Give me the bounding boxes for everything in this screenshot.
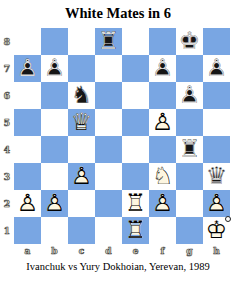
square-e5[interactable] — [122, 109, 149, 136]
board-wrap: ♜♖♚♔♟♙♟♙♟♙♟♙♞♘♟♙♛♕♟♙♜♖♟♙♞♘♛♕♟♙♟♙♜♖♟♙♟♙♜♖… — [14, 28, 230, 244]
square-h8[interactable] — [203, 28, 230, 55]
white-to-move-indicator — [225, 216, 231, 222]
square-b2[interactable]: ♟♙ — [41, 190, 68, 217]
square-a4[interactable] — [14, 136, 41, 163]
board-area: 87654321 ♜♖♚♔♟♙♟♙♟♙♟♙♞♘♟♙♛♕♟♙♜♖♟♙♞♘♛♕♟♙♟… — [0, 28, 236, 244]
square-d4[interactable] — [95, 136, 122, 163]
piece-white-queen[interactable]: ♛♕ — [68, 109, 95, 136]
square-a3[interactable] — [14, 163, 41, 190]
rank-labels: 87654321 — [0, 28, 14, 244]
piece-white-rook[interactable]: ♜♖ — [122, 190, 149, 217]
rank-label-6: 6 — [4, 91, 10, 101]
square-f3[interactable]: ♞♘ — [149, 163, 176, 190]
square-g8[interactable]: ♚♔ — [176, 28, 203, 55]
piece-white-pawn[interactable]: ♟♙ — [149, 109, 176, 136]
square-c1[interactable] — [68, 217, 95, 244]
rank-label-8: 8 — [4, 37, 10, 47]
square-h5[interactable] — [203, 109, 230, 136]
piece-black-pawn[interactable]: ♟♙ — [176, 82, 203, 109]
piece-black-pawn[interactable]: ♟♙ — [149, 55, 176, 82]
square-g3[interactable] — [176, 163, 203, 190]
piece-black-rook[interactable]: ♜♖ — [176, 136, 203, 163]
square-e1[interactable]: ♜♖ — [122, 217, 149, 244]
square-a2[interactable]: ♟♙ — [14, 190, 41, 217]
square-b3[interactable] — [41, 163, 68, 190]
square-h7[interactable]: ♟♙ — [203, 55, 230, 82]
square-b6[interactable] — [41, 82, 68, 109]
square-f6[interactable] — [149, 82, 176, 109]
piece-black-knight[interactable]: ♞♘ — [68, 82, 95, 109]
piece-white-rook[interactable]: ♜♖ — [122, 217, 149, 244]
square-a6[interactable] — [14, 82, 41, 109]
square-g4[interactable]: ♜♖ — [176, 136, 203, 163]
square-b1[interactable] — [41, 217, 68, 244]
square-c5[interactable]: ♛♕ — [68, 109, 95, 136]
file-label-e: e — [133, 246, 139, 256]
square-b8[interactable] — [41, 28, 68, 55]
piece-white-pawn[interactable]: ♟♙ — [149, 190, 176, 217]
piece-white-pawn[interactable]: ♟♙ — [203, 190, 230, 217]
chess-puzzle-page: White Mates in 6 87654321 ♜♖♚♔♟♙♟♙♟♙♟♙♞♘… — [0, 5, 236, 284]
piece-black-pawn[interactable]: ♟♙ — [14, 55, 41, 82]
square-e4[interactable] — [122, 136, 149, 163]
square-f5[interactable]: ♟♙ — [149, 109, 176, 136]
square-h6[interactable] — [203, 82, 230, 109]
file-label-b: b — [51, 246, 57, 256]
square-c8[interactable] — [68, 28, 95, 55]
piece-black-king[interactable]: ♚♔ — [176, 28, 203, 55]
file-label-d: d — [105, 246, 111, 256]
square-g5[interactable] — [176, 109, 203, 136]
square-a7[interactable]: ♟♙ — [14, 55, 41, 82]
square-a1[interactable] — [14, 217, 41, 244]
chess-board[interactable]: ♜♖♚♔♟♙♟♙♟♙♟♙♞♘♟♙♛♕♟♙♜♖♟♙♞♘♛♕♟♙♟♙♜♖♟♙♟♙♜♖… — [14, 28, 230, 244]
square-b4[interactable] — [41, 136, 68, 163]
square-f2[interactable]: ♟♙ — [149, 190, 176, 217]
square-c4[interactable] — [68, 136, 95, 163]
square-g2[interactable] — [176, 190, 203, 217]
square-e2[interactable]: ♜♖ — [122, 190, 149, 217]
rank-label-7: 7 — [4, 64, 10, 74]
square-h2[interactable]: ♟♙ — [203, 190, 230, 217]
square-d7[interactable] — [95, 55, 122, 82]
square-h4[interactable] — [203, 136, 230, 163]
square-e3[interactable] — [122, 163, 149, 190]
file-labels: abcdefgh — [14, 244, 230, 257]
square-c3[interactable]: ♟♙ — [68, 163, 95, 190]
square-c6[interactable]: ♞♘ — [68, 82, 95, 109]
square-d5[interactable] — [95, 109, 122, 136]
file-label-g: g — [186, 246, 192, 256]
rank-label-4: 4 — [4, 145, 10, 155]
square-h3[interactable]: ♛♕ — [203, 163, 230, 190]
square-b7[interactable]: ♟♙ — [41, 55, 68, 82]
square-e7[interactable] — [122, 55, 149, 82]
file-label-c: c — [79, 246, 84, 256]
square-g6[interactable]: ♟♙ — [176, 82, 203, 109]
piece-white-pawn[interactable]: ♟♙ — [41, 190, 68, 217]
square-c7[interactable] — [68, 55, 95, 82]
piece-white-knight[interactable]: ♞♘ — [149, 163, 176, 190]
puzzle-title: White Mates in 6 — [0, 5, 236, 22]
square-f1[interactable] — [149, 217, 176, 244]
square-f4[interactable] — [149, 136, 176, 163]
square-a5[interactable] — [14, 109, 41, 136]
square-d1[interactable] — [95, 217, 122, 244]
rank-label-3: 3 — [4, 172, 10, 182]
rank-label-2: 2 — [4, 199, 10, 209]
game-caption: Ivanchuk vs Yury Dokhoian, Yerevan, 1989 — [0, 261, 236, 272]
square-f8[interactable] — [149, 28, 176, 55]
file-label-a: a — [25, 246, 31, 256]
piece-white-pawn[interactable]: ♟♙ — [68, 163, 95, 190]
square-f7[interactable]: ♟♙ — [149, 55, 176, 82]
square-g1[interactable] — [176, 217, 203, 244]
piece-black-queen[interactable]: ♛♕ — [203, 163, 230, 190]
file-label-f: f — [161, 246, 165, 256]
square-d3[interactable] — [95, 163, 122, 190]
piece-black-pawn[interactable]: ♟♙ — [41, 55, 68, 82]
square-e8[interactable] — [122, 28, 149, 55]
square-b5[interactable] — [41, 109, 68, 136]
square-c2[interactable] — [68, 190, 95, 217]
square-d2[interactable] — [95, 190, 122, 217]
square-d6[interactable] — [95, 82, 122, 109]
piece-black-rook[interactable]: ♜♖ — [95, 28, 122, 55]
square-g7[interactable] — [176, 55, 203, 82]
square-e6[interactable] — [122, 82, 149, 109]
square-d8[interactable]: ♜♖ — [95, 28, 122, 55]
rank-label-1: 1 — [4, 226, 10, 236]
piece-black-pawn[interactable]: ♟♙ — [203, 55, 230, 82]
square-a8[interactable] — [14, 28, 41, 55]
piece-white-pawn[interactable]: ♟♙ — [14, 190, 41, 217]
file-label-h: h — [213, 246, 220, 256]
rank-label-5: 5 — [4, 118, 10, 128]
